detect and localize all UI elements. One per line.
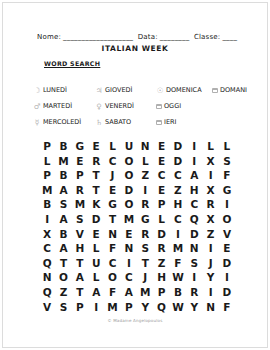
grid-cell-r2c1: L — [39, 154, 55, 169]
grid-cell-r9c6: I — [121, 256, 137, 271]
grid-cell-r1c12: L — [219, 139, 235, 154]
grid-cell-r1c3: G — [72, 139, 88, 154]
grid-cell-r12c9: W — [170, 300, 186, 315]
grid-cell-r7c6: E — [121, 227, 137, 242]
calendar-icon — [156, 104, 162, 109]
grid-cell-r7c9: I — [170, 227, 186, 242]
grid-cell-r12c5: M — [104, 300, 120, 315]
section-title: WORD SEARCH — [44, 60, 100, 67]
grid-cell-r7c2: B — [55, 227, 71, 242]
grid-cell-r2c10: I — [186, 154, 202, 169]
grid-cell-r3c1: P — [39, 168, 55, 183]
grid-cell-r9c9: F — [170, 256, 186, 271]
word-label: VENERDÌ — [105, 102, 134, 110]
word-label: OGGI — [164, 102, 181, 110]
grid-cell-r11c12: D — [219, 285, 235, 300]
grid-cell-r8c1: C — [39, 241, 55, 256]
grid-cell-r7c12: V — [219, 227, 235, 242]
grid-cell-r3c7: Z — [137, 168, 153, 183]
grid-cell-r7c7: R — [137, 227, 153, 242]
grid-cell-r8c9: M — [170, 241, 186, 256]
grid-cell-r6c9: C — [170, 212, 186, 227]
word-ieri: IERI — [156, 118, 212, 126]
grid-cell-r12c4: I — [88, 300, 104, 315]
grid-cell-r10c6: C — [121, 270, 137, 285]
word-list-empty-cell — [212, 118, 247, 126]
grid-cell-r12c10: Y — [186, 300, 202, 315]
date-blank: ________ — [160, 33, 190, 41]
grid-cell-r7c11: Z — [202, 227, 218, 242]
grid-cell-r8c11: I — [202, 241, 218, 256]
grid-cell-r6c10: Q — [186, 212, 202, 227]
grid-cell-r10c4: L — [88, 270, 104, 285]
grid-cell-r1c11: L — [202, 139, 218, 154]
grid-cell-r2c8: E — [153, 154, 169, 169]
grid-cell-r4c10: H — [186, 183, 202, 198]
grid-cell-r8c8: R — [153, 241, 169, 256]
grid-cell-r10c3: A — [72, 270, 88, 285]
grid-cell-r10c5: O — [104, 270, 120, 285]
grid-cell-r11c6: A — [121, 285, 137, 300]
grid-cell-r12c2: S — [55, 300, 71, 315]
grid-cell-r6c7: G — [137, 212, 153, 227]
grid-cell-r1c10: I — [186, 139, 202, 154]
grid-cell-r6c4: D — [88, 212, 104, 227]
grid-cell-r11c2: Z — [55, 285, 71, 300]
name-label: Nome: — [37, 33, 61, 41]
grid-cell-r1c1: P — [39, 139, 55, 154]
grid-cell-r5c9: H — [170, 197, 186, 212]
grid-cell-r8c5: F — [104, 241, 120, 256]
grid-cell-r12c1: V — [39, 300, 55, 315]
grid-cell-r3c10: A — [186, 168, 202, 183]
calendar-icon — [156, 120, 162, 125]
grid-cell-r9c4: U — [88, 256, 104, 271]
copyright-text: © Madame Angelopoulos — [0, 318, 270, 323]
grid-cell-r6c2: A — [55, 212, 71, 227]
grid-cell-r6c3: S — [72, 212, 88, 227]
grid-cell-r5c10: C — [186, 197, 202, 212]
grid-cell-r11c11: I — [202, 285, 218, 300]
grid-cell-r2c7: L — [137, 154, 153, 169]
word-giovedi: ♃GIOVEDÌ — [95, 86, 156, 94]
grid-cell-r9c12: D — [219, 256, 235, 271]
grid-cell-r12c6: P — [121, 300, 137, 315]
date-label: Data: — [138, 33, 158, 41]
grid-cell-r7c3: V — [72, 227, 88, 242]
grid-cell-r6c12: O — [219, 212, 235, 227]
grid-cell-r9c8: Z — [153, 256, 169, 271]
grid-cell-r2c2: M — [55, 154, 71, 169]
grid-cell-r7c10: D — [186, 227, 202, 242]
grid-cell-r10c7: J — [137, 270, 153, 285]
grid-cell-r5c5: G — [104, 197, 120, 212]
grid-cell-r5c11: R — [202, 197, 218, 212]
grid-cell-r3c12: F — [219, 168, 235, 183]
mars-icon: ♂ — [33, 103, 41, 110]
word-list-empty-cell — [212, 102, 247, 110]
grid-cell-r4c5: E — [104, 183, 120, 198]
grid-cell-r5c2: S — [55, 197, 71, 212]
grid-cell-r9c5: C — [104, 256, 120, 271]
grid-cell-r3c6: O — [121, 168, 137, 183]
grid-cell-r4c1: M — [39, 183, 55, 198]
word-domani: DOMANI — [212, 86, 247, 94]
grid-cell-r6c8: L — [153, 212, 169, 227]
grid-cell-r6c11: X — [202, 212, 218, 227]
calendar-icon — [212, 88, 218, 93]
word-label: MERCOLEDÌ — [43, 118, 81, 126]
mercury-icon: ☿ — [33, 119, 41, 126]
grid-cell-r4c12: G — [219, 183, 235, 198]
saturn-icon: ♄ — [95, 119, 103, 126]
grid-cell-r9c11: J — [202, 256, 218, 271]
word-label: MARTEDÌ — [43, 102, 72, 110]
jupiter-icon: ♃ — [95, 87, 103, 94]
grid-cell-r11c1: Q — [39, 285, 55, 300]
grid-cell-r8c3: H — [72, 241, 88, 256]
grid-cell-r8c12: E — [219, 241, 235, 256]
grid-cell-r4c6: D — [121, 183, 137, 198]
word-mercoledi: ☿MERCOLEDÌ — [33, 118, 95, 126]
word-venerdi: ♀VENERDÌ — [95, 102, 156, 110]
grid-cell-r10c10: I — [186, 270, 202, 285]
word-list: ☽LUNEDÌ♃GIOVEDÌ☉DOMENICADOMANI♂MARTEDÌ♀V… — [33, 86, 247, 126]
grid-cell-r5c3: M — [72, 197, 88, 212]
grid-cell-r2c6: O — [121, 154, 137, 169]
grid-cell-r5c7: R — [137, 197, 153, 212]
grid-cell-r1c6: U — [121, 139, 137, 154]
grid-cell-r1c9: D — [170, 139, 186, 154]
word-label: SABATO — [105, 118, 131, 126]
grid-cell-r11c7: M — [137, 285, 153, 300]
grid-cell-r3c3: P — [72, 168, 88, 183]
word-label: DOMENICA — [166, 86, 202, 94]
grid-cell-r4c7: I — [137, 183, 153, 198]
grid-cell-r9c3: T — [72, 256, 88, 271]
grid-cell-r6c5: T — [104, 212, 120, 227]
moon-icon: ☽ — [33, 87, 41, 94]
word-label: DOMANI — [220, 86, 247, 94]
grid-cell-r10c12: I — [219, 270, 235, 285]
grid-cell-r6c6: M — [121, 212, 137, 227]
grid-cell-r5c8: P — [153, 197, 169, 212]
grid-cell-r8c6: N — [121, 241, 137, 256]
grid-cell-r11c8: P — [153, 285, 169, 300]
grid-cell-r10c2: O — [55, 270, 71, 285]
grid-cell-r7c4: E — [88, 227, 104, 242]
grid-cell-r6c1: I — [39, 212, 55, 227]
grid-cell-r2c9: D — [170, 154, 186, 169]
grid-cell-r3c2: B — [55, 168, 71, 183]
grid-cell-r4c11: X — [202, 183, 218, 198]
grid-cell-r4c2: A — [55, 183, 71, 198]
grid-cell-r7c8: D — [153, 227, 169, 242]
grid-cell-r1c5: L — [104, 139, 120, 154]
grid-cell-r11c3: T — [72, 285, 88, 300]
grid-cell-r4c4: T — [88, 183, 104, 198]
grid-cell-r10c11: Y — [202, 270, 218, 285]
grid-cell-r12c11: N — [202, 300, 218, 315]
grid-cell-r2c4: R — [88, 154, 104, 169]
grid-cell-r7c1: X — [39, 227, 55, 242]
venus-icon: ♀ — [95, 103, 103, 110]
grid-cell-r3c5: J — [104, 168, 120, 183]
grid-cell-r2c3: E — [72, 154, 88, 169]
grid-cell-r5c1: B — [39, 197, 55, 212]
grid-cell-r12c12: F — [219, 300, 235, 315]
grid-cell-r4c8: E — [153, 183, 169, 198]
word-sabato: ♄SABATO — [95, 118, 156, 126]
grid-cell-r11c5: F — [104, 285, 120, 300]
word-label: LUNEDÌ — [43, 86, 67, 94]
grid-cell-r1c2: B — [55, 139, 71, 154]
grid-cell-r8c2: A — [55, 241, 71, 256]
grid-cell-r12c8: Q — [153, 300, 169, 315]
grid-cell-r10c8: H — [153, 270, 169, 285]
grid-cell-r3c9: C — [170, 168, 186, 183]
grid-cell-r1c8: E — [153, 139, 169, 154]
grid-cell-r7c5: N — [104, 227, 120, 242]
grid-cell-r4c9: Z — [170, 183, 186, 198]
grid-cell-r9c1: Q — [39, 256, 55, 271]
grid-cell-r10c1: N — [39, 270, 55, 285]
word-oggi: OGGI — [156, 102, 212, 110]
grid-cell-r9c2: T — [55, 256, 71, 271]
grid-cell-r3c11: I — [202, 168, 218, 183]
grid-cell-r11c9: B — [170, 285, 186, 300]
grid-cell-r12c7: Y — [137, 300, 153, 315]
name-date-class-line: Nome:___________________ Data:________ C… — [37, 33, 237, 41]
grid-cell-r3c4: T — [88, 168, 104, 183]
grid-cell-r1c7: N — [137, 139, 153, 154]
grid-cell-r9c7: T — [137, 256, 153, 271]
page-title: ITALIAN WEEK — [0, 44, 270, 53]
grid-cell-r8c10: N — [186, 241, 202, 256]
word-domenica: ☉DOMENICA — [156, 86, 212, 94]
grid-cell-r11c10: R — [186, 285, 202, 300]
grid-cell-r2c5: C — [104, 154, 120, 169]
grid-cell-r5c6: O — [121, 197, 137, 212]
grid-cell-r2c12: S — [219, 154, 235, 169]
class-label: Classe: — [194, 33, 220, 41]
grid-cell-r12c3: P — [72, 300, 88, 315]
name-blank: ___________________ — [63, 33, 133, 41]
grid-cell-r2c11: X — [202, 154, 218, 169]
word-search-grid: PBGELUNEDILLLMERCOLEDIXSPBPTJOZCCAIFMART… — [39, 139, 235, 314]
sun-icon: ☉ — [156, 87, 164, 94]
grid-cell-r3c8: C — [153, 168, 169, 183]
grid-cell-r11c4: A — [88, 285, 104, 300]
grid-cell-r9c10: S — [186, 256, 202, 271]
grid-cell-r5c4: K — [88, 197, 104, 212]
word-label: IERI — [164, 118, 176, 126]
grid-cell-r10c9: W — [170, 270, 186, 285]
word-label: GIOVEDÌ — [105, 86, 132, 94]
grid-cell-r1c4: E — [88, 139, 104, 154]
class-blank: ____ — [222, 33, 237, 41]
word-martedi: ♂MARTEDÌ — [33, 102, 95, 110]
word-lunedi: ☽LUNEDÌ — [33, 86, 95, 94]
grid-cell-r5c12: I — [219, 197, 235, 212]
grid-cell-r4c3: R — [72, 183, 88, 198]
grid-cell-r8c7: S — [137, 241, 153, 256]
grid-cell-r8c4: L — [88, 241, 104, 256]
